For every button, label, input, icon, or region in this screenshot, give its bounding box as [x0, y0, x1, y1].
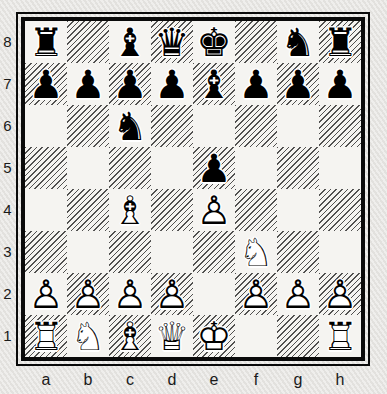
square-a5[interactable]	[25, 147, 67, 189]
square-c4[interactable]: ♝♗	[109, 189, 151, 231]
piece-glyph: ♟	[319, 63, 361, 105]
square-d1[interactable]: ♛♕	[151, 315, 193, 357]
piece-glyph: ♙	[277, 273, 319, 315]
file-label-f: f	[235, 368, 277, 394]
piece-glyph: ♛	[151, 21, 193, 63]
square-b5[interactable]	[67, 147, 109, 189]
black-pawn: ♟♟	[25, 63, 67, 105]
square-d3[interactable]	[151, 231, 193, 273]
square-c2[interactable]: ♟♙	[109, 273, 151, 315]
square-c6[interactable]: ♞♞	[109, 105, 151, 147]
square-e8[interactable]: ♚♚	[193, 21, 235, 63]
white-knight: ♞♘	[67, 315, 109, 357]
square-a2[interactable]: ♟♙	[25, 273, 67, 315]
rank-labels: 87654321	[0, 21, 15, 357]
square-a4[interactable]	[25, 189, 67, 231]
piece-glyph: ♙	[25, 273, 67, 315]
square-e7[interactable]: ♝♝	[193, 63, 235, 105]
black-bishop: ♝♝	[109, 21, 151, 63]
file-label-e: e	[193, 368, 235, 394]
black-king: ♚♚	[193, 21, 235, 63]
piece-glyph: ♙	[151, 273, 193, 315]
black-pawn: ♟♟	[277, 63, 319, 105]
square-h8[interactable]: ♜♜	[319, 21, 361, 63]
square-d7[interactable]: ♟♟	[151, 63, 193, 105]
piece-glyph: ♙	[193, 189, 235, 231]
white-pawn: ♟♙	[25, 273, 67, 315]
square-g5[interactable]	[277, 147, 319, 189]
square-e5[interactable]: ♟♟	[193, 147, 235, 189]
file-label-d: d	[151, 368, 193, 394]
square-h5[interactable]	[319, 147, 361, 189]
square-e4[interactable]: ♟♙	[193, 189, 235, 231]
white-pawn: ♟♙	[193, 189, 235, 231]
piece-glyph: ♟	[235, 63, 277, 105]
file-labels: abcdefgh	[25, 368, 361, 394]
square-h6[interactable]	[319, 105, 361, 147]
square-f5[interactable]	[235, 147, 277, 189]
square-a7[interactable]: ♟♟	[25, 63, 67, 105]
white-rook: ♜♖	[25, 315, 67, 357]
square-g4[interactable]	[277, 189, 319, 231]
square-h3[interactable]	[319, 231, 361, 273]
piece-glyph: ♜	[319, 21, 361, 63]
piece-glyph: ♗	[109, 315, 151, 357]
square-b1[interactable]: ♞♘	[67, 315, 109, 357]
square-h2[interactable]: ♟♙	[319, 273, 361, 315]
white-bishop: ♝♗	[109, 189, 151, 231]
square-h1[interactable]: ♜♖	[319, 315, 361, 357]
piece-glyph: ♙	[319, 273, 361, 315]
square-e1[interactable]: ♚♔	[193, 315, 235, 357]
black-pawn: ♟♟	[109, 63, 151, 105]
black-knight: ♞♞	[277, 21, 319, 63]
square-c7[interactable]: ♟♟	[109, 63, 151, 105]
piece-glyph: ♘	[67, 315, 109, 357]
square-a3[interactable]	[25, 231, 67, 273]
white-pawn: ♟♙	[319, 273, 361, 315]
piece-glyph: ♙	[109, 273, 151, 315]
square-c8[interactable]: ♝♝	[109, 21, 151, 63]
rank-label-4: 4	[0, 189, 15, 231]
white-queen: ♛♕	[151, 315, 193, 357]
piece-glyph: ♞	[277, 21, 319, 63]
square-d4[interactable]	[151, 189, 193, 231]
square-c1[interactable]: ♝♗	[109, 315, 151, 357]
file-label-a: a	[25, 368, 67, 394]
square-h7[interactable]: ♟♟	[319, 63, 361, 105]
square-g1[interactable]	[277, 315, 319, 357]
piece-glyph: ♝	[193, 63, 235, 105]
black-pawn: ♟♟	[67, 63, 109, 105]
rank-label-7: 7	[0, 63, 15, 105]
chess-board: ♜♜♝♝♛♛♚♚♞♞♜♜♟♟♟♟♟♟♟♟♝♝♟♟♟♟♟♟♞♞♟♟♝♗♟♙♞♘♟♙…	[25, 21, 361, 357]
square-f8[interactable]	[235, 21, 277, 63]
chess-diagram: 87654321 ♜♜♝♝♛♛♚♚♞♞♜♜♟♟♟♟♟♟♟♟♝♝♟♟♟♟♟♟♞♞♟…	[0, 0, 387, 394]
square-g6[interactable]	[277, 105, 319, 147]
square-b8[interactable]	[67, 21, 109, 63]
square-b2[interactable]: ♟♙	[67, 273, 109, 315]
square-b7[interactable]: ♟♟	[67, 63, 109, 105]
piece-glyph: ♖	[319, 315, 361, 357]
file-label-c: c	[109, 368, 151, 394]
square-e6[interactable]	[193, 105, 235, 147]
piece-glyph: ♗	[109, 189, 151, 231]
rank-label-5: 5	[0, 147, 15, 189]
rank-label-2: 2	[0, 273, 15, 315]
black-pawn: ♟♟	[235, 63, 277, 105]
white-bishop: ♝♗	[109, 315, 151, 357]
square-g3[interactable]	[277, 231, 319, 273]
black-bishop: ♝♝	[193, 63, 235, 105]
square-f2[interactable]: ♟♙	[235, 273, 277, 315]
square-e3[interactable]	[193, 231, 235, 273]
black-pawn: ♟♟	[319, 63, 361, 105]
piece-glyph: ♟	[151, 63, 193, 105]
square-b4[interactable]	[67, 189, 109, 231]
file-label-g: g	[277, 368, 319, 394]
square-g2[interactable]: ♟♙	[277, 273, 319, 315]
piece-glyph: ♞	[109, 105, 151, 147]
square-f7[interactable]: ♟♟	[235, 63, 277, 105]
square-d6[interactable]	[151, 105, 193, 147]
rank-label-6: 6	[0, 105, 15, 147]
piece-glyph: ♕	[151, 315, 193, 357]
piece-glyph: ♟	[193, 147, 235, 189]
square-d8[interactable]: ♛♛	[151, 21, 193, 63]
black-pawn: ♟♟	[193, 147, 235, 189]
piece-glyph: ♖	[25, 315, 67, 357]
white-knight: ♞♘	[235, 231, 277, 273]
piece-glyph: ♝	[109, 21, 151, 63]
black-rook: ♜♜	[25, 21, 67, 63]
white-pawn: ♟♙	[151, 273, 193, 315]
piece-glyph: ♔	[193, 315, 235, 357]
file-label-h: h	[319, 368, 361, 394]
square-g8[interactable]: ♞♞	[277, 21, 319, 63]
piece-glyph: ♘	[235, 231, 277, 273]
white-rook: ♜♖	[319, 315, 361, 357]
piece-glyph: ♜	[25, 21, 67, 63]
piece-glyph: ♟	[25, 63, 67, 105]
piece-glyph: ♙	[67, 273, 109, 315]
square-d2[interactable]: ♟♙	[151, 273, 193, 315]
square-a8[interactable]: ♜♜	[25, 21, 67, 63]
square-c3[interactable]	[109, 231, 151, 273]
black-pawn: ♟♟	[151, 63, 193, 105]
piece-glyph: ♟	[67, 63, 109, 105]
square-b3[interactable]	[67, 231, 109, 273]
rank-label-3: 3	[0, 231, 15, 273]
white-pawn: ♟♙	[67, 273, 109, 315]
square-b6[interactable]	[67, 105, 109, 147]
white-pawn: ♟♙	[109, 273, 151, 315]
black-knight: ♞♞	[109, 105, 151, 147]
board-border: ♜♜♝♝♛♛♚♚♞♞♜♜♟♟♟♟♟♟♟♟♝♝♟♟♟♟♟♟♞♞♟♟♝♗♟♙♞♘♟♙…	[21, 17, 365, 361]
piece-glyph: ♚	[193, 21, 235, 63]
white-pawn: ♟♙	[277, 273, 319, 315]
square-f6[interactable]	[235, 105, 277, 147]
black-queen: ♛♛	[151, 21, 193, 63]
piece-glyph: ♟	[109, 63, 151, 105]
white-pawn: ♟♙	[235, 273, 277, 315]
square-f3[interactable]: ♞♘	[235, 231, 277, 273]
piece-glyph: ♟	[277, 63, 319, 105]
white-king: ♚♔	[193, 315, 235, 357]
square-f1[interactable]	[235, 315, 277, 357]
file-label-b: b	[67, 368, 109, 394]
square-g7[interactable]: ♟♟	[277, 63, 319, 105]
square-d5[interactable]	[151, 147, 193, 189]
square-f4[interactable]	[235, 189, 277, 231]
rank-label-1: 1	[0, 315, 15, 357]
black-rook: ♜♜	[319, 21, 361, 63]
square-c5[interactable]	[109, 147, 151, 189]
rank-label-8: 8	[0, 21, 15, 63]
square-e2[interactable]	[193, 273, 235, 315]
piece-glyph: ♙	[235, 273, 277, 315]
square-a6[interactable]	[25, 105, 67, 147]
board-frame: ♜♜♝♝♛♛♚♚♞♞♜♜♟♟♟♟♟♟♟♟♝♝♟♟♟♟♟♟♞♞♟♟♝♗♟♙♞♘♟♙…	[16, 12, 370, 366]
square-a1[interactable]: ♜♖	[25, 315, 67, 357]
square-h4[interactable]	[319, 189, 361, 231]
